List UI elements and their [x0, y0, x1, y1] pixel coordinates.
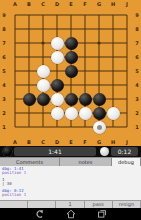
board-cell-e9[interactable] [64, 8, 78, 22]
board-cell-c2[interactable] [36, 106, 50, 120]
coord-label: 8 [135, 27, 138, 32]
resign-button[interactable]: resign [113, 201, 141, 208]
board-cell-d5[interactable] [50, 64, 64, 78]
coord-label: E [69, 140, 72, 145]
board-cell-j7[interactable] [120, 36, 134, 50]
back-button[interactable] [35, 209, 45, 219]
coord-label: G [97, 2, 101, 7]
board-cell-c4[interactable] [36, 78, 50, 92]
coord-label: D [55, 2, 59, 7]
board-cell-b9[interactable] [22, 8, 36, 22]
coord-label: 5 [2, 69, 5, 74]
board-cell-d2[interactable] [50, 106, 64, 120]
board-cell-a9[interactable] [8, 8, 22, 22]
board-cell-b2[interactable] [22, 106, 36, 120]
last-move-marker [97, 125, 102, 130]
board-cell-f6[interactable] [78, 50, 92, 64]
debug-line: position 1 [2, 193, 141, 197]
board-cell-f4[interactable] [78, 78, 92, 92]
action-button-1[interactable] [0, 201, 28, 208]
black-clock: 1:41 [14, 147, 96, 156]
board-cell-b3[interactable] [22, 92, 36, 106]
board-cell-e8[interactable] [64, 22, 78, 36]
board-cell-d4[interactable] [50, 78, 64, 92]
action-button-2[interactable] [28, 201, 56, 208]
coord-label: 1 [135, 125, 138, 130]
board-cell-g7[interactable] [92, 36, 106, 50]
board-cell-j8[interactable] [120, 22, 134, 36]
board-cell-f3[interactable] [78, 92, 92, 106]
board-cell-g5[interactable] [92, 64, 106, 78]
recents-button[interactable] [97, 209, 107, 219]
white-stone [107, 107, 120, 120]
white-stone [51, 93, 64, 106]
coord-label: 7 [135, 41, 138, 46]
board-cell-g4[interactable] [92, 78, 106, 92]
board-cell-h5[interactable] [106, 64, 120, 78]
board-cell-d9[interactable] [50, 8, 64, 22]
coord-label: 9 [135, 13, 138, 18]
board-cell-e4[interactable] [64, 78, 78, 92]
tab-debug[interactable]: debug [112, 158, 141, 166]
board-cell-d7[interactable] [50, 36, 64, 50]
board-cell-b7[interactable] [22, 36, 36, 50]
board-cell-h8[interactable] [106, 22, 120, 36]
action-button-row: 1passresign [0, 200, 141, 208]
board-cell-e5[interactable] [64, 64, 78, 78]
black-stone-icon [3, 147, 12, 156]
white-stone [51, 51, 64, 64]
board-cell-e7[interactable] [64, 36, 78, 50]
board-cell-h4[interactable] [106, 78, 120, 92]
board-cell-a7[interactable] [8, 36, 22, 50]
board-cell-d6[interactable] [50, 50, 64, 64]
board-cell-j5[interactable] [120, 64, 134, 78]
coord-label: J [126, 140, 128, 145]
board-cell-j3[interactable] [120, 92, 134, 106]
coord-label: F [83, 140, 86, 145]
coord-label: 9 [2, 13, 5, 18]
board-cell-h2[interactable] [106, 106, 120, 120]
board-cell-e2[interactable] [64, 106, 78, 120]
debug-panel: dbg: 1:41position 11| 30dbg: 0:12positio… [0, 166, 141, 200]
coord-label: 6 [2, 55, 5, 60]
white-stone [37, 79, 50, 92]
board-cell-b4[interactable] [22, 78, 36, 92]
coord-label: A [13, 140, 17, 145]
coord-label: E [69, 2, 72, 7]
android-navbar [0, 208, 141, 220]
home-button[interactable] [66, 209, 76, 219]
board-cell-f1[interactable] [78, 120, 92, 134]
board-cell-f5[interactable] [78, 64, 92, 78]
board-cell-c1[interactable] [36, 120, 50, 134]
pass-button[interactable]: pass [85, 201, 113, 208]
board-cell-a5[interactable] [8, 64, 22, 78]
tab-notes[interactable]: notes [60, 158, 112, 166]
board-cell-f2[interactable] [78, 106, 92, 120]
board-cell-j2[interactable] [120, 106, 134, 120]
board-cell-f9[interactable] [78, 8, 92, 22]
board-cell-g2[interactable] [92, 106, 106, 120]
board-cell-c7[interactable] [36, 36, 50, 50]
coord-label: 2 [2, 111, 5, 116]
app-screen: AABBCCDDEEFFGGHHJJ998877665544332211 1:4… [0, 0, 141, 220]
board-cell-e1[interactable] [64, 120, 78, 134]
black-stone [93, 107, 106, 120]
board-cell-d3[interactable] [50, 92, 64, 106]
board-cell-c3[interactable] [36, 92, 50, 106]
black-stone [65, 37, 78, 50]
board-cell-b1[interactable] [22, 120, 36, 134]
board-cell-j4[interactable] [120, 78, 134, 92]
board-cell-f7[interactable] [78, 36, 92, 50]
board-cell-g9[interactable] [92, 8, 106, 22]
black-stone [65, 65, 78, 78]
black-stone [93, 93, 106, 106]
debug-line: | 30 [2, 182, 141, 186]
board-cell-a2[interactable] [8, 106, 22, 120]
coord-label: F [83, 2, 86, 7]
black-stone [65, 93, 78, 106]
board-cell-a3[interactable] [8, 92, 22, 106]
board-cell-c8[interactable] [36, 22, 50, 36]
tab-comments[interactable]: Comments [0, 158, 60, 166]
clock-bar: 1:41 0:12 [0, 146, 141, 157]
coord-label: G [97, 140, 101, 145]
coord-label: 3 [135, 97, 138, 102]
board-cell-a6[interactable] [8, 50, 22, 64]
coord-label: 5 [135, 69, 138, 74]
board-cell-f8[interactable] [78, 22, 92, 36]
board-cell-b6[interactable] [22, 50, 36, 64]
coord-label: H [111, 140, 115, 145]
board-cell-c9[interactable] [36, 8, 50, 22]
board-cell-e3[interactable] [64, 92, 78, 106]
board-cell-a4[interactable] [8, 78, 22, 92]
board-cell-h3[interactable] [106, 92, 120, 106]
board-cells[interactable] [8, 8, 134, 134]
board-cell-a8[interactable] [8, 22, 22, 36]
go-board: AABBCCDDEEFFGGHHJJ998877665544332211 [0, 0, 141, 146]
white-stone [65, 107, 78, 120]
black-stone [51, 79, 64, 92]
board-cell-j9[interactable] [120, 8, 134, 22]
white-clock: 0:12 [111, 147, 138, 156]
coord-label: D [55, 140, 59, 145]
board-cell-g8[interactable] [92, 22, 106, 36]
black-stone [65, 51, 78, 64]
board-cell-j1[interactable] [120, 120, 134, 134]
coord-label: J [126, 2, 128, 7]
board-cell-h6[interactable] [106, 50, 120, 64]
coord-label: C [41, 2, 45, 7]
coord-label: 8 [2, 27, 5, 32]
board-cell-g6[interactable] [92, 50, 106, 64]
black-stone [37, 93, 50, 106]
board-cell-a1[interactable] [8, 120, 22, 134]
board-cell-d8[interactable] [50, 22, 64, 36]
white-stone [93, 121, 106, 134]
coord-label: 2 [135, 111, 138, 116]
board-cell-d1[interactable] [50, 120, 64, 134]
white-stone [51, 107, 64, 120]
coord-label: 1 [2, 125, 5, 130]
coord-label: B [27, 2, 31, 7]
debug-line: position 1 [2, 171, 141, 175]
1-button[interactable]: 1 [56, 201, 84, 208]
coord-label: H [111, 2, 115, 7]
white-stone [79, 107, 92, 120]
coord-label: 7 [2, 41, 5, 46]
board-cell-c5[interactable] [36, 64, 50, 78]
coord-label: 6 [135, 55, 138, 60]
board-cell-e6[interactable] [64, 50, 78, 64]
coord-label: 4 [2, 83, 5, 88]
coord-label: A [13, 2, 17, 7]
board-cell-h9[interactable] [106, 8, 120, 22]
black-stone [79, 93, 92, 106]
board-cell-b8[interactable] [22, 22, 36, 36]
board-cell-g1[interactable] [92, 120, 106, 134]
board-cell-c6[interactable] [36, 50, 50, 64]
board-cell-b5[interactable] [22, 64, 36, 78]
white-stone [37, 65, 50, 78]
black-stone [23, 93, 36, 106]
board-cell-j6[interactable] [120, 50, 134, 64]
coord-label: B [27, 140, 31, 145]
white-stone [51, 37, 64, 50]
tab-bar: Commentsnotesdebug [0, 157, 141, 166]
white-stone-icon [100, 147, 109, 156]
coord-label: 3 [2, 97, 5, 102]
coord-label: 4 [135, 83, 138, 88]
board-cell-g3[interactable] [92, 92, 106, 106]
coord-label: C [41, 140, 45, 145]
board-cell-h7[interactable] [106, 36, 120, 50]
board-cell-h1[interactable] [106, 120, 120, 134]
